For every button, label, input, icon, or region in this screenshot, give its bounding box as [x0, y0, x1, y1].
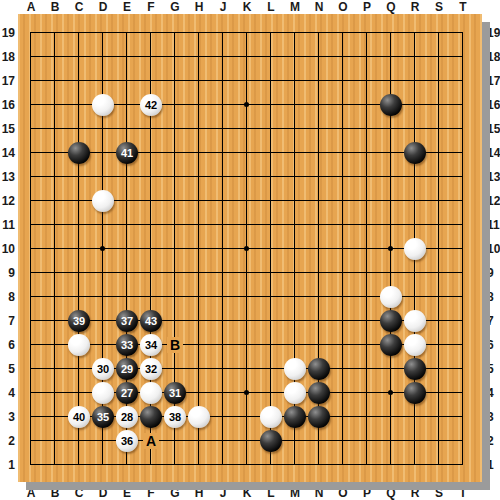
- intersection-Q7[interactable]: [379, 309, 403, 333]
- intersection-P3[interactable]: [355, 405, 379, 429]
- intersection-P4[interactable]: [355, 381, 379, 405]
- intersection-A17[interactable]: [19, 69, 43, 93]
- intersection-S2[interactable]: [427, 429, 451, 453]
- intersection-D15[interactable]: [91, 117, 115, 141]
- intersection-R16[interactable]: [403, 93, 427, 117]
- intersection-T9[interactable]: [451, 261, 475, 285]
- intersection-D11[interactable]: [91, 213, 115, 237]
- intersection-C11[interactable]: [67, 213, 91, 237]
- intersection-E5[interactable]: 29: [115, 357, 139, 381]
- intersection-N2[interactable]: [307, 429, 331, 453]
- intersection-S19[interactable]: [427, 21, 451, 45]
- intersection-D16[interactable]: [91, 93, 115, 117]
- intersection-H13[interactable]: [187, 165, 211, 189]
- intersection-J18[interactable]: [211, 45, 235, 69]
- intersection-C19[interactable]: [67, 21, 91, 45]
- intersection-R2[interactable]: [403, 429, 427, 453]
- intersection-Q11[interactable]: [379, 213, 403, 237]
- intersection-H19[interactable]: [187, 21, 211, 45]
- intersection-C16[interactable]: [67, 93, 91, 117]
- intersection-R13[interactable]: [403, 165, 427, 189]
- intersection-P12[interactable]: [355, 189, 379, 213]
- intersection-T12[interactable]: [451, 189, 475, 213]
- intersection-A4[interactable]: [19, 381, 43, 405]
- intersection-L9[interactable]: [259, 261, 283, 285]
- intersection-A15[interactable]: [19, 117, 43, 141]
- intersection-M8[interactable]: [283, 285, 307, 309]
- intersection-P11[interactable]: [355, 213, 379, 237]
- intersection-O10[interactable]: [331, 237, 355, 261]
- intersection-J14[interactable]: [211, 141, 235, 165]
- intersection-M12[interactable]: [283, 189, 307, 213]
- intersection-Q13[interactable]: [379, 165, 403, 189]
- intersection-Q6[interactable]: [379, 333, 403, 357]
- intersection-F11[interactable]: [139, 213, 163, 237]
- intersection-Q15[interactable]: [379, 117, 403, 141]
- intersection-T19[interactable]: [451, 21, 475, 45]
- intersection-A16[interactable]: [19, 93, 43, 117]
- intersection-B1[interactable]: [43, 453, 67, 477]
- intersection-B15[interactable]: [43, 117, 67, 141]
- intersection-E14[interactable]: 41: [115, 141, 139, 165]
- intersection-N8[interactable]: [307, 285, 331, 309]
- intersection-E2[interactable]: 36: [115, 429, 139, 453]
- intersection-N14[interactable]: [307, 141, 331, 165]
- intersection-R8[interactable]: [403, 285, 427, 309]
- intersection-M2[interactable]: [283, 429, 307, 453]
- intersection-E19[interactable]: [115, 21, 139, 45]
- intersection-O7[interactable]: [331, 309, 355, 333]
- intersection-H2[interactable]: [187, 429, 211, 453]
- intersection-N3[interactable]: [307, 405, 331, 429]
- intersection-B9[interactable]: [43, 261, 67, 285]
- intersection-T1[interactable]: [451, 453, 475, 477]
- intersection-B6[interactable]: [43, 333, 67, 357]
- intersection-A2[interactable]: [19, 429, 43, 453]
- intersection-H15[interactable]: [187, 117, 211, 141]
- intersection-A8[interactable]: [19, 285, 43, 309]
- intersection-N12[interactable]: [307, 189, 331, 213]
- intersection-C18[interactable]: [67, 45, 91, 69]
- intersection-J17[interactable]: [211, 69, 235, 93]
- intersection-G7[interactable]: [163, 309, 187, 333]
- intersection-H9[interactable]: [187, 261, 211, 285]
- intersection-B12[interactable]: [43, 189, 67, 213]
- intersection-D18[interactable]: [91, 45, 115, 69]
- intersection-R6[interactable]: [403, 333, 427, 357]
- intersection-Q12[interactable]: [379, 189, 403, 213]
- intersection-Q18[interactable]: [379, 45, 403, 69]
- intersection-K9[interactable]: [235, 261, 259, 285]
- intersection-T17[interactable]: [451, 69, 475, 93]
- intersection-B10[interactable]: [43, 237, 67, 261]
- intersection-J5[interactable]: [211, 357, 235, 381]
- intersection-L18[interactable]: [259, 45, 283, 69]
- intersection-E9[interactable]: [115, 261, 139, 285]
- intersection-R19[interactable]: [403, 21, 427, 45]
- intersection-G12[interactable]: [163, 189, 187, 213]
- intersection-Q3[interactable]: [379, 405, 403, 429]
- intersection-B17[interactable]: [43, 69, 67, 93]
- intersection-C12[interactable]: [67, 189, 91, 213]
- intersection-P5[interactable]: [355, 357, 379, 381]
- intersection-G6[interactable]: B: [163, 333, 187, 357]
- intersection-P18[interactable]: [355, 45, 379, 69]
- intersection-F9[interactable]: [139, 261, 163, 285]
- intersection-E18[interactable]: [115, 45, 139, 69]
- intersection-Q16[interactable]: [379, 93, 403, 117]
- intersection-G1[interactable]: [163, 453, 187, 477]
- intersection-K19[interactable]: [235, 21, 259, 45]
- intersection-J8[interactable]: [211, 285, 235, 309]
- intersection-H10[interactable]: [187, 237, 211, 261]
- intersection-E1[interactable]: [115, 453, 139, 477]
- intersection-O12[interactable]: [331, 189, 355, 213]
- intersection-H17[interactable]: [187, 69, 211, 93]
- intersection-K2[interactable]: [235, 429, 259, 453]
- intersection-M17[interactable]: [283, 69, 307, 93]
- intersection-D12[interactable]: [91, 189, 115, 213]
- intersection-D3[interactable]: 35: [91, 405, 115, 429]
- intersection-P7[interactable]: [355, 309, 379, 333]
- intersection-Q1[interactable]: [379, 453, 403, 477]
- intersection-T3[interactable]: [451, 405, 475, 429]
- intersection-J6[interactable]: [211, 333, 235, 357]
- intersection-O18[interactable]: [331, 45, 355, 69]
- intersection-J13[interactable]: [211, 165, 235, 189]
- intersection-S7[interactable]: [427, 309, 451, 333]
- intersection-C13[interactable]: [67, 165, 91, 189]
- intersection-S1[interactable]: [427, 453, 451, 477]
- intersection-R3[interactable]: [403, 405, 427, 429]
- intersection-F18[interactable]: [139, 45, 163, 69]
- intersection-G9[interactable]: [163, 261, 187, 285]
- intersection-B8[interactable]: [43, 285, 67, 309]
- intersection-L10[interactable]: [259, 237, 283, 261]
- intersection-J15[interactable]: [211, 117, 235, 141]
- intersection-B13[interactable]: [43, 165, 67, 189]
- intersection-K5[interactable]: [235, 357, 259, 381]
- intersection-L14[interactable]: [259, 141, 283, 165]
- intersection-O2[interactable]: [331, 429, 355, 453]
- intersection-T7[interactable]: [451, 309, 475, 333]
- intersection-L4[interactable]: [259, 381, 283, 405]
- intersection-M1[interactable]: [283, 453, 307, 477]
- intersection-K6[interactable]: [235, 333, 259, 357]
- intersection-R18[interactable]: [403, 45, 427, 69]
- intersection-Q9[interactable]: [379, 261, 403, 285]
- intersection-L12[interactable]: [259, 189, 283, 213]
- intersection-F19[interactable]: [139, 21, 163, 45]
- intersection-H12[interactable]: [187, 189, 211, 213]
- intersection-S9[interactable]: [427, 261, 451, 285]
- intersection-T4[interactable]: [451, 381, 475, 405]
- intersection-H18[interactable]: [187, 45, 211, 69]
- intersection-J3[interactable]: [211, 405, 235, 429]
- intersection-G16[interactable]: [163, 93, 187, 117]
- intersection-J19[interactable]: [211, 21, 235, 45]
- intersection-J16[interactable]: [211, 93, 235, 117]
- intersection-T16[interactable]: [451, 93, 475, 117]
- intersection-E16[interactable]: [115, 93, 139, 117]
- intersection-M9[interactable]: [283, 261, 307, 285]
- intersection-L7[interactable]: [259, 309, 283, 333]
- intersection-A11[interactable]: [19, 213, 43, 237]
- intersection-A18[interactable]: [19, 45, 43, 69]
- intersection-J12[interactable]: [211, 189, 235, 213]
- intersection-S18[interactable]: [427, 45, 451, 69]
- intersection-B5[interactable]: [43, 357, 67, 381]
- intersection-B16[interactable]: [43, 93, 67, 117]
- intersection-F2[interactable]: A: [139, 429, 163, 453]
- intersection-F17[interactable]: [139, 69, 163, 93]
- intersection-P19[interactable]: [355, 21, 379, 45]
- intersection-O3[interactable]: [331, 405, 355, 429]
- intersection-B14[interactable]: [43, 141, 67, 165]
- intersection-N18[interactable]: [307, 45, 331, 69]
- intersection-G18[interactable]: [163, 45, 187, 69]
- intersection-T8[interactable]: [451, 285, 475, 309]
- intersection-K13[interactable]: [235, 165, 259, 189]
- intersection-H1[interactable]: [187, 453, 211, 477]
- intersection-G11[interactable]: [163, 213, 187, 237]
- intersection-L3[interactable]: [259, 405, 283, 429]
- intersection-T18[interactable]: [451, 45, 475, 69]
- intersection-L8[interactable]: [259, 285, 283, 309]
- intersection-S5[interactable]: [427, 357, 451, 381]
- intersection-S15[interactable]: [427, 117, 451, 141]
- intersection-M13[interactable]: [283, 165, 307, 189]
- intersection-D13[interactable]: [91, 165, 115, 189]
- intersection-A9[interactable]: [19, 261, 43, 285]
- intersection-B4[interactable]: [43, 381, 67, 405]
- intersection-N16[interactable]: [307, 93, 331, 117]
- intersection-A6[interactable]: [19, 333, 43, 357]
- intersection-L15[interactable]: [259, 117, 283, 141]
- intersection-A12[interactable]: [19, 189, 43, 213]
- intersection-P8[interactable]: [355, 285, 379, 309]
- intersection-G17[interactable]: [163, 69, 187, 93]
- intersection-N15[interactable]: [307, 117, 331, 141]
- intersection-S8[interactable]: [427, 285, 451, 309]
- intersection-L6[interactable]: [259, 333, 283, 357]
- intersection-L16[interactable]: [259, 93, 283, 117]
- intersection-T6[interactable]: [451, 333, 475, 357]
- intersection-S17[interactable]: [427, 69, 451, 93]
- intersection-C17[interactable]: [67, 69, 91, 93]
- intersection-C15[interactable]: [67, 117, 91, 141]
- intersection-S10[interactable]: [427, 237, 451, 261]
- intersection-F10[interactable]: [139, 237, 163, 261]
- intersection-N17[interactable]: [307, 69, 331, 93]
- intersection-M6[interactable]: [283, 333, 307, 357]
- intersection-C6[interactable]: [67, 333, 91, 357]
- intersection-K17[interactable]: [235, 69, 259, 93]
- intersection-P17[interactable]: [355, 69, 379, 93]
- intersection-H16[interactable]: [187, 93, 211, 117]
- intersection-D9[interactable]: [91, 261, 115, 285]
- intersection-S3[interactable]: [427, 405, 451, 429]
- intersection-N11[interactable]: [307, 213, 331, 237]
- intersection-B18[interactable]: [43, 45, 67, 69]
- intersection-B11[interactable]: [43, 213, 67, 237]
- intersection-K7[interactable]: [235, 309, 259, 333]
- intersection-M10[interactable]: [283, 237, 307, 261]
- intersection-F4[interactable]: [139, 381, 163, 405]
- intersection-E3[interactable]: 28: [115, 405, 139, 429]
- intersection-Q8[interactable]: [379, 285, 403, 309]
- intersection-F5[interactable]: 32: [139, 357, 163, 381]
- intersection-K4[interactable]: [235, 381, 259, 405]
- intersection-D10[interactable]: [91, 237, 115, 261]
- intersection-M5[interactable]: [283, 357, 307, 381]
- intersection-E4[interactable]: 27: [115, 381, 139, 405]
- intersection-R5[interactable]: [403, 357, 427, 381]
- intersection-F7[interactable]: 43: [139, 309, 163, 333]
- intersection-O4[interactable]: [331, 381, 355, 405]
- intersection-P10[interactable]: [355, 237, 379, 261]
- intersection-F8[interactable]: [139, 285, 163, 309]
- intersection-C7[interactable]: 39: [67, 309, 91, 333]
- intersection-P15[interactable]: [355, 117, 379, 141]
- intersection-K11[interactable]: [235, 213, 259, 237]
- intersection-O16[interactable]: [331, 93, 355, 117]
- intersection-D5[interactable]: 30: [91, 357, 115, 381]
- intersection-S12[interactable]: [427, 189, 451, 213]
- intersection-F15[interactable]: [139, 117, 163, 141]
- intersection-M15[interactable]: [283, 117, 307, 141]
- intersection-D17[interactable]: [91, 69, 115, 93]
- intersection-L19[interactable]: [259, 21, 283, 45]
- intersection-S13[interactable]: [427, 165, 451, 189]
- intersection-F1[interactable]: [139, 453, 163, 477]
- intersection-H6[interactable]: [187, 333, 211, 357]
- intersection-R4[interactable]: [403, 381, 427, 405]
- intersection-T5[interactable]: [451, 357, 475, 381]
- intersection-H11[interactable]: [187, 213, 211, 237]
- intersection-M11[interactable]: [283, 213, 307, 237]
- intersection-H3[interactable]: [187, 405, 211, 429]
- intersection-Q14[interactable]: [379, 141, 403, 165]
- intersection-K15[interactable]: [235, 117, 259, 141]
- intersection-G15[interactable]: [163, 117, 187, 141]
- intersection-S16[interactable]: [427, 93, 451, 117]
- intersection-E17[interactable]: [115, 69, 139, 93]
- intersection-G4[interactable]: 31: [163, 381, 187, 405]
- intersection-R1[interactable]: [403, 453, 427, 477]
- intersection-E13[interactable]: [115, 165, 139, 189]
- intersection-H5[interactable]: [187, 357, 211, 381]
- intersection-O6[interactable]: [331, 333, 355, 357]
- intersection-C5[interactable]: [67, 357, 91, 381]
- intersection-Q17[interactable]: [379, 69, 403, 93]
- intersection-Q2[interactable]: [379, 429, 403, 453]
- intersection-S6[interactable]: [427, 333, 451, 357]
- intersection-R11[interactable]: [403, 213, 427, 237]
- intersection-P14[interactable]: [355, 141, 379, 165]
- intersection-E15[interactable]: [115, 117, 139, 141]
- intersection-A14[interactable]: [19, 141, 43, 165]
- intersection-J11[interactable]: [211, 213, 235, 237]
- intersection-L1[interactable]: [259, 453, 283, 477]
- intersection-M16[interactable]: [283, 93, 307, 117]
- intersection-E8[interactable]: [115, 285, 139, 309]
- intersection-M18[interactable]: [283, 45, 307, 69]
- intersection-J10[interactable]: [211, 237, 235, 261]
- intersection-O1[interactable]: [331, 453, 355, 477]
- intersection-P1[interactable]: [355, 453, 379, 477]
- intersection-B19[interactable]: [43, 21, 67, 45]
- intersection-K12[interactable]: [235, 189, 259, 213]
- intersection-O9[interactable]: [331, 261, 355, 285]
- intersection-L13[interactable]: [259, 165, 283, 189]
- intersection-R9[interactable]: [403, 261, 427, 285]
- intersection-G2[interactable]: [163, 429, 187, 453]
- intersection-T14[interactable]: [451, 141, 475, 165]
- intersection-F16[interactable]: 42: [139, 93, 163, 117]
- intersection-G5[interactable]: [163, 357, 187, 381]
- intersection-J4[interactable]: [211, 381, 235, 405]
- intersection-N7[interactable]: [307, 309, 331, 333]
- intersection-O13[interactable]: [331, 165, 355, 189]
- intersection-D4[interactable]: [91, 381, 115, 405]
- intersection-T2[interactable]: [451, 429, 475, 453]
- intersection-E12[interactable]: [115, 189, 139, 213]
- intersection-R10[interactable]: [403, 237, 427, 261]
- intersection-E6[interactable]: 33: [115, 333, 139, 357]
- intersection-O19[interactable]: [331, 21, 355, 45]
- intersection-Q10[interactable]: [379, 237, 403, 261]
- intersection-A13[interactable]: [19, 165, 43, 189]
- intersection-R14[interactable]: [403, 141, 427, 165]
- intersection-B7[interactable]: [43, 309, 67, 333]
- intersection-T10[interactable]: [451, 237, 475, 261]
- intersection-N19[interactable]: [307, 21, 331, 45]
- intersection-K1[interactable]: [235, 453, 259, 477]
- intersection-P16[interactable]: [355, 93, 379, 117]
- intersection-A5[interactable]: [19, 357, 43, 381]
- intersection-J9[interactable]: [211, 261, 235, 285]
- intersection-H4[interactable]: [187, 381, 211, 405]
- intersection-N5[interactable]: [307, 357, 331, 381]
- intersection-D6[interactable]: [91, 333, 115, 357]
- intersection-F6[interactable]: 34: [139, 333, 163, 357]
- intersection-C4[interactable]: [67, 381, 91, 405]
- intersection-C10[interactable]: [67, 237, 91, 261]
- intersection-L17[interactable]: [259, 69, 283, 93]
- intersection-M7[interactable]: [283, 309, 307, 333]
- intersection-F3[interactable]: [139, 405, 163, 429]
- intersection-L11[interactable]: [259, 213, 283, 237]
- intersection-K10[interactable]: [235, 237, 259, 261]
- intersection-A7[interactable]: [19, 309, 43, 333]
- intersection-A3[interactable]: [19, 405, 43, 429]
- intersection-B2[interactable]: [43, 429, 67, 453]
- intersection-C14[interactable]: [67, 141, 91, 165]
- intersection-O8[interactable]: [331, 285, 355, 309]
- intersection-G10[interactable]: [163, 237, 187, 261]
- intersection-M4[interactable]: [283, 381, 307, 405]
- intersection-Q4[interactable]: [379, 381, 403, 405]
- intersection-P13[interactable]: [355, 165, 379, 189]
- intersection-R15[interactable]: [403, 117, 427, 141]
- intersection-S4[interactable]: [427, 381, 451, 405]
- intersection-E11[interactable]: [115, 213, 139, 237]
- intersection-B3[interactable]: [43, 405, 67, 429]
- intersection-H8[interactable]: [187, 285, 211, 309]
- intersection-N4[interactable]: [307, 381, 331, 405]
- intersection-K14[interactable]: [235, 141, 259, 165]
